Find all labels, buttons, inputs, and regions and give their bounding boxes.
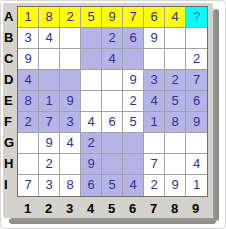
cell-B5[interactable]: 2 [102,28,123,49]
cell-C7[interactable] [144,49,165,70]
row-label-D: D [4,69,16,90]
col-labels: 123456789 [17,199,206,217]
row-label-B: B [4,27,16,48]
cell-F2[interactable]: 7 [39,112,60,133]
cell-I4[interactable]: 6 [81,175,102,196]
board-panel: ABCDEFGHI 18259764?342699424932781924562… [3,3,213,218]
cell-A3[interactable]: 2 [60,7,81,28]
cell-D5[interactable] [102,70,123,91]
cell-H7[interactable]: 7 [144,154,165,175]
cell-C8[interactable] [165,49,186,70]
cell-F7[interactable]: 1 [144,112,165,133]
cell-G4[interactable]: 2 [81,133,102,154]
cell-C2[interactable] [39,49,60,70]
drop-shadow-bottom [9,218,216,224]
cell-I8[interactable]: 9 [165,175,186,196]
cell-A6[interactable]: 7 [123,7,144,28]
cell-I1[interactable]: 7 [18,175,39,196]
cell-G5[interactable] [102,133,123,154]
row-label-I: I [4,174,16,195]
cell-I6[interactable]: 4 [123,175,144,196]
cell-C4[interactable] [81,49,102,70]
cell-H9[interactable]: 4 [186,154,207,175]
cell-C6[interactable] [123,49,144,70]
cell-D4[interactable] [81,70,102,91]
cell-B6[interactable]: 6 [123,28,144,49]
cell-I7[interactable]: 2 [144,175,165,196]
cell-C5[interactable]: 4 [102,49,123,70]
cell-E9[interactable]: 6 [186,91,207,112]
cell-E5[interactable] [102,91,123,112]
cell-F1[interactable]: 2 [18,112,39,133]
col-label-4: 4 [80,199,101,217]
cell-A2[interactable]: 8 [39,7,60,28]
cell-H2[interactable]: 2 [39,154,60,175]
cell-A5[interactable]: 9 [102,7,123,28]
cell-D3[interactable] [60,70,81,91]
cell-E4[interactable] [81,91,102,112]
cell-E2[interactable]: 1 [39,91,60,112]
cell-I3[interactable]: 8 [60,175,81,196]
cell-D6[interactable]: 9 [123,70,144,91]
cell-F5[interactable]: 6 [102,112,123,133]
cell-B4[interactable] [81,28,102,49]
cell-F3[interactable]: 3 [60,112,81,133]
cell-I2[interactable]: 3 [39,175,60,196]
col-label-8: 8 [164,199,185,217]
cell-F4[interactable]: 4 [81,112,102,133]
cell-H6[interactable] [123,154,144,175]
cell-F6[interactable]: 5 [123,112,144,133]
row-label-F: F [4,111,16,132]
row-labels: ABCDEFGHI [4,6,16,195]
row-label-A: A [4,6,16,27]
cell-B8[interactable] [165,28,186,49]
cell-F9[interactable]: 9 [186,112,207,133]
cell-D9[interactable]: 7 [186,70,207,91]
cell-C1[interactable]: 9 [18,49,39,70]
cell-E6[interactable]: 2 [123,91,144,112]
cell-B3[interactable] [60,28,81,49]
cell-B9[interactable] [186,28,207,49]
cell-H1[interactable] [18,154,39,175]
cell-D7[interactable]: 3 [144,70,165,91]
cell-H8[interactable] [165,154,186,175]
cell-G2[interactable]: 9 [39,133,60,154]
cell-F8[interactable]: 8 [165,112,186,133]
cell-H3[interactable] [60,154,81,175]
col-label-7: 7 [143,199,164,217]
cell-B2[interactable]: 4 [39,28,60,49]
col-label-6: 6 [122,199,143,217]
cell-A1[interactable]: 1 [18,7,39,28]
cell-H4[interactable]: 9 [81,154,102,175]
col-label-5: 5 [101,199,122,217]
col-label-2: 2 [38,199,59,217]
cell-A7[interactable]: 6 [144,7,165,28]
row-label-H: H [4,153,16,174]
drop-shadow-right [213,9,219,221]
cell-G8[interactable] [165,133,186,154]
cell-B7[interactable]: 9 [144,28,165,49]
col-label-3: 3 [59,199,80,217]
cell-C3[interactable] [60,49,81,70]
row-label-C: C [4,48,16,69]
cell-H5[interactable] [102,154,123,175]
cell-I9[interactable]: 1 [186,175,207,196]
cell-A4[interactable]: 5 [81,7,102,28]
cell-C9[interactable]: 2 [186,49,207,70]
cell-E3[interactable]: 9 [60,91,81,112]
cell-G9[interactable] [186,133,207,154]
col-label-1: 1 [17,199,38,217]
cell-E1[interactable]: 8 [18,91,39,112]
cell-G7[interactable] [144,133,165,154]
cell-E8[interactable]: 5 [165,91,186,112]
row-label-G: G [4,132,16,153]
cell-A8[interactable]: 4 [165,7,186,28]
cell-B1[interactable]: 3 [18,28,39,49]
cell-D2[interactable] [39,70,60,91]
cell-E7[interactable]: 4 [144,91,165,112]
cell-G6[interactable] [123,133,144,154]
cell-D8[interactable]: 2 [165,70,186,91]
cell-G1[interactable] [18,133,39,154]
cell-D1[interactable]: 4 [18,70,39,91]
cell-A9[interactable]: ? [186,7,207,28]
row-label-E: E [4,90,16,111]
cell-G3[interactable]: 4 [60,133,81,154]
sudoku-app-window: ABCDEFGHI 18259764?342699424932781924562… [0,0,226,229]
board: 18259764?3426994249327819245627346518994… [17,6,208,197]
cell-I5[interactable]: 5 [102,175,123,196]
col-label-9: 9 [185,199,206,217]
